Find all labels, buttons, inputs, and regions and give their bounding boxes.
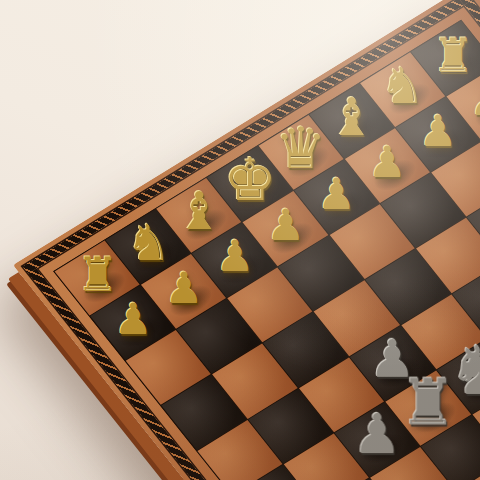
piece-silver-pawn[interactable]: ♟ <box>352 407 401 462</box>
piece-gold-knight[interactable]: ♞ <box>126 218 171 268</box>
piece-gold-rook[interactable]: ♜ <box>432 31 474 78</box>
piece-gold-pawn[interactable]: ♟ <box>215 235 254 278</box>
board-grid: ♜♞♝♚♛♝♞♜♟♟♟♟♟♟♟♟♟♟♜♞ <box>53 20 480 480</box>
piece-gold-bishop[interactable]: ♝ <box>328 91 375 143</box>
piece-gold-pawn[interactable]: ♟ <box>419 110 458 153</box>
piece-gold-pawn[interactable]: ♟ <box>470 78 480 121</box>
piece-gold-pawn[interactable]: ♟ <box>317 172 356 215</box>
piece-gold-bishop[interactable]: ♝ <box>176 185 223 237</box>
piece-gold-rook[interactable]: ♜ <box>76 251 118 298</box>
piece-gold-pawn[interactable]: ♟ <box>114 298 153 341</box>
chessboard: ♜♞♝♚♛♝♞♜♟♟♟♟♟♟♟♟♟♟♜♞ <box>13 0 480 480</box>
piece-gold-pawn[interactable]: ♟ <box>164 266 203 309</box>
piece-gold-pawn[interactable]: ♟ <box>368 141 407 184</box>
piece-gold-pawn[interactable]: ♟ <box>266 204 305 247</box>
photo-stage: ♜♞♝♚♛♝♞♜♟♟♟♟♟♟♟♟♟♟♜♞ <box>0 0 480 480</box>
piece-silver-rook[interactable]: ♜ <box>399 371 456 435</box>
piece-gold-knight[interactable]: ♞ <box>380 61 425 111</box>
